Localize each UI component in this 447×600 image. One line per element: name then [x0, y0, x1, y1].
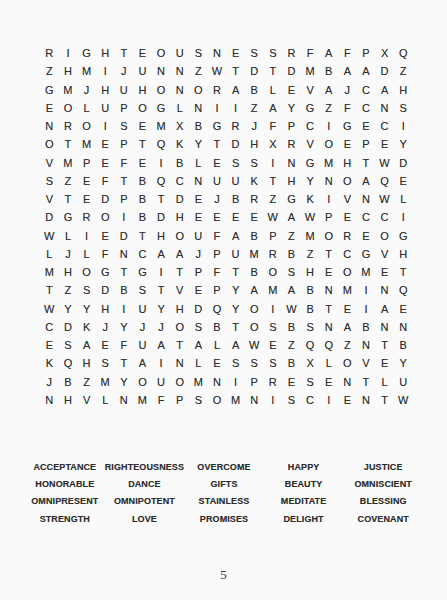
grid-cell: J — [96, 318, 115, 336]
grid-cell: O — [170, 318, 189, 336]
grid-cell: L — [394, 190, 413, 208]
grid-cell: Q — [208, 300, 227, 318]
grid-cell: H — [96, 44, 115, 62]
grid-cell: S — [282, 263, 301, 281]
grid-cell: T — [319, 300, 338, 318]
grid-cell: V — [338, 190, 357, 208]
grid-cell: H — [170, 300, 189, 318]
grid-cell: O — [77, 117, 96, 135]
grid-cell: M — [301, 62, 320, 80]
grid-cell: R — [245, 190, 264, 208]
grid-cell: M — [319, 154, 338, 172]
grid-cell: G — [282, 190, 301, 208]
grid-cell: E — [189, 208, 208, 226]
grid-cell: B — [301, 300, 320, 318]
grid-cell: J — [77, 81, 96, 99]
grid-cell: S — [189, 391, 208, 409]
word-list-item: BLESSING — [343, 493, 423, 510]
grid-cell: T — [133, 227, 152, 245]
grid-cell: J — [40, 373, 59, 391]
grid-cell: M — [133, 391, 152, 409]
grid-cell: K — [40, 354, 59, 372]
grid-cell: J — [208, 190, 227, 208]
word-search-grid: RIGHTEOUSNESSRFAFPXQZHMIJUNNZWTDTDMBAADZ… — [40, 44, 413, 409]
grid-cell: P — [357, 44, 376, 62]
grid-cell: J — [245, 117, 264, 135]
grid-cell: E — [189, 281, 208, 299]
grid-cell: Q — [394, 281, 413, 299]
grid-cell: U — [189, 227, 208, 245]
grid-cell: N — [394, 318, 413, 336]
word-list-item: COVENANT — [343, 511, 423, 528]
grid-cell: N — [338, 373, 357, 391]
grid-cell: C — [301, 391, 320, 409]
grid-cell: H — [301, 263, 320, 281]
grid-cell: B — [394, 336, 413, 354]
grid-cell: R — [338, 227, 357, 245]
page-number: 5 — [0, 567, 447, 583]
grid-cell: E — [264, 336, 283, 354]
grid-cell: E — [338, 135, 357, 153]
grid-cell: C — [357, 99, 376, 117]
grid-cell: D — [96, 190, 115, 208]
grid-cell: E — [375, 263, 394, 281]
grid-cell: K — [170, 135, 189, 153]
grid-cell: B — [208, 318, 227, 336]
grid-cell: E — [338, 208, 357, 226]
grid-cell: T — [115, 44, 134, 62]
grid-cell: I — [264, 300, 283, 318]
grid-cell: E — [338, 391, 357, 409]
word-list-item: OMNISCIENT — [343, 476, 423, 493]
grid-cell: N — [208, 44, 227, 62]
grid-cell: B — [301, 281, 320, 299]
grid-cell: N — [189, 172, 208, 190]
grid-cell: E — [96, 154, 115, 172]
grid-cell: B — [357, 318, 376, 336]
grid-cell: H — [133, 81, 152, 99]
grid-cell: S — [264, 354, 283, 372]
grid-cell: X — [301, 354, 320, 372]
grid-cell: F — [115, 336, 134, 354]
grid-cell: Q — [375, 172, 394, 190]
grid-cell: X — [264, 135, 283, 153]
word-list-item: JUSTICE — [343, 459, 423, 476]
grid-cell: S — [189, 318, 208, 336]
grid-cell: M — [59, 81, 78, 99]
grid-cell: O — [133, 99, 152, 117]
grid-cell: E — [77, 172, 96, 190]
grid-cell: P — [77, 154, 96, 172]
grid-cell: E — [133, 44, 152, 62]
grid-cell: V — [301, 135, 320, 153]
grid-cell: S — [282, 391, 301, 409]
grid-cell: L — [170, 99, 189, 117]
grid-cell: R — [282, 44, 301, 62]
grid-cell: E — [208, 208, 227, 226]
grid-cell: N — [375, 318, 394, 336]
grid-cell: U — [133, 300, 152, 318]
grid-cell: F — [152, 391, 171, 409]
grid-cell: I — [319, 117, 338, 135]
grid-cell: S — [133, 281, 152, 299]
grid-cell: P — [189, 263, 208, 281]
grid-cell: B — [133, 190, 152, 208]
grid-cell: A — [226, 81, 245, 99]
grid-cell: Z — [40, 62, 59, 80]
grid-cell: H — [59, 263, 78, 281]
grid-cell: N — [152, 62, 171, 80]
grid-cell: O — [245, 318, 264, 336]
grid-cell: B — [245, 227, 264, 245]
grid-cell: N — [357, 190, 376, 208]
grid-cell: B — [319, 62, 338, 80]
grid-cell: M — [96, 373, 115, 391]
grid-cell: I — [96, 117, 115, 135]
grid-cell: G — [133, 263, 152, 281]
grid-cell: J — [133, 318, 152, 336]
word-list-column: JUSTICEOMNISCIENTBLESSINGCOVENANT — [343, 459, 423, 528]
grid-cell: T — [152, 190, 171, 208]
word-list-item: HONORABLE — [25, 476, 105, 493]
grid-cell: R — [208, 81, 227, 99]
grid-cell: S — [245, 44, 264, 62]
grid-cell: R — [282, 135, 301, 153]
grid-cell: A — [152, 245, 171, 263]
grid-cell: W — [40, 227, 59, 245]
grid-cell: T — [394, 263, 413, 281]
grid-cell: V — [170, 281, 189, 299]
grid-cell: N — [170, 81, 189, 99]
grid-cell: S — [301, 373, 320, 391]
grid-cell: Z — [264, 190, 283, 208]
grid-cell: Q — [301, 336, 320, 354]
grid-cell: T — [375, 391, 394, 409]
grid-cell: E — [357, 227, 376, 245]
grid-cell: R — [59, 117, 78, 135]
grid-cell: T — [115, 172, 134, 190]
grid-cell: D — [40, 208, 59, 226]
grid-cell: P — [115, 135, 134, 153]
grid-cell: O — [152, 81, 171, 99]
grid-cell: E — [208, 154, 227, 172]
word-list-item: OMNIPRESENT — [25, 493, 105, 510]
grid-cell: U — [152, 373, 171, 391]
grid-cell: H — [282, 172, 301, 190]
grid-cell: A — [282, 208, 301, 226]
word-list-item: LOVE — [105, 511, 185, 528]
grid-cell: Q — [59, 354, 78, 372]
grid-cell: G — [394, 227, 413, 245]
grid-cell: X — [375, 44, 394, 62]
word-list-item: RIGHTEOUSNESS — [105, 459, 185, 476]
grid-cell: Y — [115, 373, 134, 391]
grid-cell: B — [59, 373, 78, 391]
grid-cell: P — [115, 99, 134, 117]
grid-cell: I — [96, 62, 115, 80]
grid-cell: Z — [282, 336, 301, 354]
grid-cell: F — [208, 263, 227, 281]
grid-cell: C — [170, 172, 189, 190]
word-list-column: OVERCOMEGIFTSSTAINLESSPROMISES — [184, 459, 264, 528]
grid-cell: B — [282, 245, 301, 263]
grid-cell: O — [40, 135, 59, 153]
grid-cell: S — [394, 99, 413, 117]
grid-cell: N — [357, 336, 376, 354]
grid-cell: I — [319, 391, 338, 409]
grid-cell: Y — [226, 300, 245, 318]
grid-cell: Z — [394, 62, 413, 80]
grid-cell: K — [77, 318, 96, 336]
grid-cell: T — [319, 245, 338, 263]
grid-cell: N — [375, 99, 394, 117]
grid-cell: O — [152, 44, 171, 62]
grid-cell: W — [245, 336, 264, 354]
grid-cell: I — [264, 391, 283, 409]
grid-cell: T — [152, 281, 171, 299]
grid-cell: Q — [394, 44, 413, 62]
word-list-item: STRENGTH — [25, 511, 105, 528]
word-list-item: GIFTS — [184, 476, 264, 493]
grid-cell: E — [40, 99, 59, 117]
grid-cell: A — [133, 354, 152, 372]
word-list-item: BEAUTY — [264, 476, 344, 493]
grid-cell: U — [208, 172, 227, 190]
word-list: ACCEPTANCEHONORABLEOMNIPRESENTSTRENGTHRI… — [25, 459, 423, 528]
grid-cell: A — [338, 318, 357, 336]
grid-cell: H — [59, 62, 78, 80]
grid-cell: P — [208, 245, 227, 263]
grid-cell: F — [96, 172, 115, 190]
grid-cell: J — [189, 245, 208, 263]
grid-cell: L — [208, 336, 227, 354]
grid-cell: H — [59, 391, 78, 409]
grid-cell: C — [375, 117, 394, 135]
grid-cell: R — [264, 373, 283, 391]
grid-cell: A — [189, 336, 208, 354]
grid-cell: A — [375, 81, 394, 99]
grid-cell: W — [301, 208, 320, 226]
grid-cell: Q — [152, 135, 171, 153]
grid-cell: C — [357, 81, 376, 99]
grid-cell: G — [301, 154, 320, 172]
grid-cell: E — [394, 300, 413, 318]
grid-cell: B — [133, 208, 152, 226]
grid-cell: Y — [282, 99, 301, 117]
grid-cell: M — [301, 227, 320, 245]
grid-cell: Y — [189, 135, 208, 153]
grid-cell: S — [245, 154, 264, 172]
grid-cell: R — [77, 208, 96, 226]
grid-cell: S — [189, 44, 208, 62]
grid-cell: O — [375, 227, 394, 245]
grid-cell: O — [264, 263, 283, 281]
grid-cell: S — [264, 44, 283, 62]
grid-cell: U — [394, 373, 413, 391]
word-list-item: DELIGHT — [264, 511, 344, 528]
grid-cell: T — [115, 263, 134, 281]
grid-cell: H — [245, 135, 264, 153]
grid-cell: B — [245, 263, 264, 281]
grid-cell: F — [96, 245, 115, 263]
grid-cell: W — [282, 300, 301, 318]
grid-cell: O — [245, 300, 264, 318]
grid-cell: N — [189, 99, 208, 117]
grid-cell: G — [77, 44, 96, 62]
grid-cell: C — [375, 208, 394, 226]
grid-cell: A — [77, 336, 96, 354]
grid-cell: D — [152, 208, 171, 226]
grid-cell: H — [152, 227, 171, 245]
grid-cell: O — [319, 227, 338, 245]
grid-cell: N — [375, 281, 394, 299]
grid-cell: K — [301, 190, 320, 208]
grid-cell: S — [77, 281, 96, 299]
grid-cell: S — [245, 354, 264, 372]
grid-cell: Q — [152, 172, 171, 190]
grid-cell: V — [40, 190, 59, 208]
word-list-item: OVERCOME — [184, 459, 264, 476]
grid-cell: Y — [59, 300, 78, 318]
grid-cell: I — [226, 373, 245, 391]
grid-cell: I — [152, 354, 171, 372]
grid-cell: I — [152, 263, 171, 281]
grid-cell: T — [226, 318, 245, 336]
grid-cell: V — [77, 391, 96, 409]
grid-cell: M — [189, 373, 208, 391]
grid-cell: V — [301, 81, 320, 99]
grid-cell: H — [394, 245, 413, 263]
grid-cell: Z — [245, 99, 264, 117]
grid-cell: G — [357, 245, 376, 263]
grid-cell: O — [338, 354, 357, 372]
grid-cell: S — [226, 354, 245, 372]
grid-cell: S — [59, 336, 78, 354]
grid-cell: I — [357, 300, 376, 318]
grid-cell: F — [264, 117, 283, 135]
grid-cell: M — [245, 245, 264, 263]
grid-cell: V — [357, 354, 376, 372]
grid-cell: T — [59, 135, 78, 153]
puzzle-page: RIGHTEOUSNESSRFAFPXQZHMIJUNNZWTDTDMBAADZ… — [0, 0, 447, 600]
grid-cell: C — [357, 208, 376, 226]
grid-cell: A — [357, 172, 376, 190]
grid-cell: F — [208, 227, 227, 245]
grid-cell: I — [357, 281, 376, 299]
grid-cell: K — [245, 172, 264, 190]
grid-cell: A — [226, 336, 245, 354]
word-list-item: MEDITATE — [264, 493, 344, 510]
grid-cell: T — [115, 354, 134, 372]
grid-cell: S — [96, 354, 115, 372]
grid-cell: O — [133, 373, 152, 391]
grid-cell: D — [115, 227, 134, 245]
grid-cell: B — [282, 318, 301, 336]
grid-cell: M — [59, 154, 78, 172]
grid-cell: I — [59, 44, 78, 62]
grid-cell: N — [319, 318, 338, 336]
grid-cell: T — [357, 373, 376, 391]
grid-cell: O — [338, 172, 357, 190]
grid-cell: Z — [77, 373, 96, 391]
grid-cell: M — [152, 117, 171, 135]
grid-cell: M — [338, 281, 357, 299]
grid-cell: L — [189, 154, 208, 172]
grid-cell: M — [77, 62, 96, 80]
grid-cell: A — [170, 245, 189, 263]
grid-cell: G — [40, 81, 59, 99]
grid-cell: J — [152, 318, 171, 336]
grid-cell: E — [357, 117, 376, 135]
grid-cell: G — [59, 208, 78, 226]
grid-cell: E — [375, 354, 394, 372]
word-list-item: STAINLESS — [184, 493, 264, 510]
grid-cell: W — [394, 391, 413, 409]
grid-cell: L — [96, 391, 115, 409]
grid-cell: T — [264, 172, 283, 190]
grid-cell: T — [59, 190, 78, 208]
word-list-item: OMNIPOTENT — [105, 493, 185, 510]
grid-cell: T — [357, 154, 376, 172]
grid-cell: S — [226, 154, 245, 172]
grid-cell: P — [282, 117, 301, 135]
grid-cell: E — [282, 81, 301, 99]
grid-cell: S — [301, 318, 320, 336]
word-list-item: ACCEPTANCE — [25, 459, 105, 476]
grid-cell: M — [40, 263, 59, 281]
grid-cell: Z — [301, 245, 320, 263]
grid-cell: T — [375, 336, 394, 354]
grid-cell: H — [394, 81, 413, 99]
grid-cell: D — [96, 281, 115, 299]
grid-cell: A — [338, 62, 357, 80]
grid-cell: E — [394, 172, 413, 190]
grid-cell: B — [170, 154, 189, 172]
grid-cell: D — [226, 135, 245, 153]
grid-cell: D — [375, 62, 394, 80]
grid-cell: M — [226, 391, 245, 409]
word-list-item: HAPPY — [264, 459, 344, 476]
grid-cell: F — [301, 44, 320, 62]
grid-cell: Y — [152, 300, 171, 318]
grid-cell: A — [319, 44, 338, 62]
grid-cell: C — [133, 245, 152, 263]
grid-cell: T — [208, 135, 227, 153]
grid-cell: E — [133, 154, 152, 172]
grid-cell: D — [282, 62, 301, 80]
grid-cell: I — [319, 190, 338, 208]
grid-cell: J — [338, 81, 357, 99]
grid-cell: B — [133, 172, 152, 190]
grid-cell: E — [282, 373, 301, 391]
grid-cell: E — [319, 373, 338, 391]
grid-cell: A — [152, 336, 171, 354]
grid-cell: B — [115, 281, 134, 299]
grid-cell: W — [264, 208, 283, 226]
grid-cell: A — [375, 300, 394, 318]
grid-cell: L — [375, 373, 394, 391]
grid-cell: U — [226, 172, 245, 190]
grid-cell: G — [301, 99, 320, 117]
grid-cell: C — [338, 245, 357, 263]
grid-cell: B — [282, 354, 301, 372]
grid-cell: F — [338, 44, 357, 62]
grid-cell: E — [40, 336, 59, 354]
grid-cell: U — [133, 62, 152, 80]
grid-cell: Z — [319, 99, 338, 117]
grid-cell: A — [264, 99, 283, 117]
grid-cell: S — [115, 117, 134, 135]
